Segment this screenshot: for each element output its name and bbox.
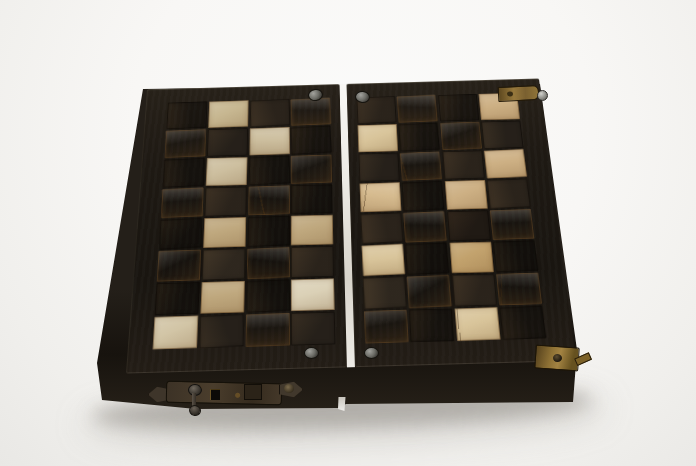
square-d8 xyxy=(291,98,331,126)
board-grid-right xyxy=(357,93,547,344)
square-d5 xyxy=(291,184,333,214)
square-a7 xyxy=(165,129,206,158)
square-b2 xyxy=(200,281,244,314)
square-e1 xyxy=(364,309,409,343)
nail-pin-right-leaf-bottom xyxy=(364,347,379,359)
square-g3 xyxy=(449,242,493,273)
latch xyxy=(148,378,302,420)
square-c8 xyxy=(250,99,290,127)
square-f4 xyxy=(403,211,447,243)
square-d1 xyxy=(291,312,335,346)
square-g6 xyxy=(442,151,485,180)
square-g8 xyxy=(438,94,479,121)
square-c5 xyxy=(248,185,290,215)
square-c7 xyxy=(249,127,289,156)
square-h6 xyxy=(483,149,527,179)
photo-stage xyxy=(0,0,696,466)
square-g1 xyxy=(454,307,501,341)
board-leaf-right xyxy=(346,79,575,367)
square-b5 xyxy=(204,186,246,216)
square-e5 xyxy=(359,182,401,212)
square-f3 xyxy=(405,242,450,275)
square-e7 xyxy=(358,124,399,152)
brass-hinge-bottom-right xyxy=(534,344,580,371)
square-e3 xyxy=(361,244,405,277)
square-c6 xyxy=(248,155,289,185)
chessboard xyxy=(126,79,576,374)
square-h2 xyxy=(496,272,543,305)
square-b6 xyxy=(205,157,247,186)
square-f5 xyxy=(402,181,445,212)
square-a3 xyxy=(157,250,201,282)
square-a2 xyxy=(155,282,200,315)
nail-pin-left-leaf-bottom xyxy=(304,347,319,359)
square-e6 xyxy=(359,153,400,182)
latch-plate xyxy=(166,381,282,405)
square-f8 xyxy=(397,95,439,123)
square-d4 xyxy=(291,215,333,246)
square-h5 xyxy=(486,178,530,209)
latch-square-hole xyxy=(210,389,220,400)
square-d3 xyxy=(291,246,334,278)
latch-boss xyxy=(284,384,294,393)
square-c1 xyxy=(245,313,289,347)
hinge-pin xyxy=(553,354,563,363)
square-a8 xyxy=(167,101,207,129)
square-c2 xyxy=(246,279,290,313)
square-a6 xyxy=(163,158,204,188)
square-h7 xyxy=(481,121,524,149)
square-d6 xyxy=(291,154,332,183)
square-f6 xyxy=(400,151,443,181)
square-h4 xyxy=(489,209,534,240)
square-g4 xyxy=(447,210,491,241)
latch-keeper-block xyxy=(244,384,262,400)
square-b1 xyxy=(199,314,243,349)
brass-hinge-top-right xyxy=(498,85,540,102)
square-d2 xyxy=(291,278,335,311)
square-g7 xyxy=(440,122,482,151)
board-perspective-wrapper xyxy=(0,0,696,466)
square-h3 xyxy=(493,240,539,272)
square-b7 xyxy=(207,128,248,156)
square-e4 xyxy=(360,212,404,244)
board-grid-left xyxy=(152,98,335,349)
square-h1 xyxy=(499,305,547,340)
square-c3 xyxy=(247,247,290,280)
square-a4 xyxy=(159,218,202,250)
square-f7 xyxy=(398,123,440,152)
square-a1 xyxy=(153,315,198,349)
square-f2 xyxy=(407,275,452,309)
square-b3 xyxy=(202,248,245,280)
board-leaf-left xyxy=(126,84,347,373)
square-b4 xyxy=(203,217,246,248)
hinge-knob-icon xyxy=(537,90,548,101)
square-g2 xyxy=(452,274,497,306)
square-d7 xyxy=(291,125,332,154)
latch-toggle xyxy=(188,404,202,418)
square-c4 xyxy=(247,216,289,247)
square-a5 xyxy=(161,187,203,218)
square-f1 xyxy=(409,309,454,342)
square-e2 xyxy=(362,276,407,310)
square-g5 xyxy=(444,180,487,210)
square-b8 xyxy=(208,100,248,128)
